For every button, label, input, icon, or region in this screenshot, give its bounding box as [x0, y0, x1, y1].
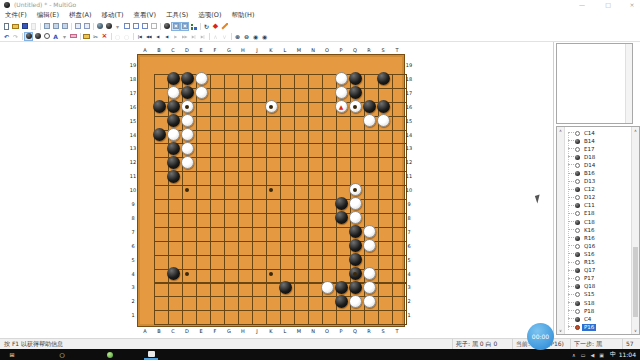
board-point[interactable] — [166, 72, 180, 86]
board-point[interactable] — [334, 225, 348, 239]
move-node[interactable]: C4 — [565, 315, 631, 323]
board-point[interactable] — [208, 266, 222, 280]
board-point[interactable] — [306, 72, 320, 86]
scroll-up-icon[interactable]: ∧ — [557, 127, 564, 134]
board-point[interactable] — [236, 211, 250, 225]
tb-edit-stone-icon[interactable] — [162, 22, 171, 31]
board-point[interactable] — [292, 211, 306, 225]
tb-label-drop-icon[interactable]: ▾ — [60, 32, 69, 41]
board-point[interactable] — [334, 308, 348, 322]
board-point[interactable] — [376, 127, 390, 141]
board-point[interactable] — [250, 266, 264, 280]
board-point[interactable] — [292, 86, 306, 100]
board-point[interactable] — [194, 183, 208, 197]
board-point[interactable] — [138, 239, 152, 253]
move-node[interactable]: R16 — [565, 234, 631, 242]
tb-nav-fwd-icon[interactable]: ▶ — [171, 32, 180, 41]
board-point[interactable] — [376, 266, 390, 280]
board-point[interactable] — [138, 141, 152, 155]
board-point[interactable] — [208, 308, 222, 322]
panel-splitter[interactable] — [553, 42, 554, 338]
menu-view[interactable]: 查看(V) — [129, 10, 162, 21]
board-point[interactable] — [250, 127, 264, 141]
board-point[interactable] — [152, 58, 166, 72]
board-point[interactable] — [264, 127, 278, 141]
board-point[interactable] — [362, 72, 376, 86]
move-node[interactable]: D12 — [565, 194, 631, 202]
board-point[interactable] — [152, 211, 166, 225]
board-point[interactable] — [264, 239, 278, 253]
board-point[interactable] — [348, 127, 362, 141]
tb-rotate-icon[interactable]: ↻ — [202, 22, 211, 31]
board-point[interactable] — [152, 225, 166, 239]
board-point[interactable] — [320, 308, 334, 322]
board-point[interactable] — [292, 280, 306, 294]
board-point[interactable] — [278, 280, 292, 294]
board-point[interactable] — [194, 225, 208, 239]
board-point[interactable] — [348, 197, 362, 211]
board-point[interactable] — [278, 86, 292, 100]
board-point[interactable] — [334, 86, 348, 100]
board-point[interactable] — [180, 127, 194, 141]
board-point[interactable] — [306, 155, 320, 169]
board-point[interactable] — [208, 114, 222, 128]
minimize-button[interactable]: — — [574, 0, 590, 10]
board-point[interactable] — [180, 239, 194, 253]
board-point[interactable] — [348, 308, 362, 322]
board-point[interactable] — [376, 155, 390, 169]
ime-indicator[interactable]: 中 — [610, 349, 616, 360]
board-point[interactable] — [320, 183, 334, 197]
board-point[interactable] — [390, 294, 404, 308]
board-point[interactable] — [390, 58, 404, 72]
board-point[interactable] — [194, 114, 208, 128]
board-point[interactable] — [194, 169, 208, 183]
board-point[interactable] — [362, 127, 376, 141]
board-point[interactable] — [306, 141, 320, 155]
board-point[interactable] — [138, 211, 152, 225]
board-point[interactable] — [278, 58, 292, 72]
board-point[interactable] — [166, 127, 180, 141]
board-point[interactable] — [264, 114, 278, 128]
tb-paste-icon[interactable] — [82, 22, 91, 31]
board-point[interactable] — [166, 252, 180, 266]
board-point[interactable] — [236, 100, 250, 114]
board-point[interactable] — [306, 58, 320, 72]
board-point[interactable] — [264, 308, 278, 322]
board-point[interactable] — [278, 114, 292, 128]
board-point[interactable] — [376, 169, 390, 183]
board-point[interactable] — [362, 211, 376, 225]
menu-move[interactable]: 移动(T) — [97, 10, 129, 21]
board-point[interactable] — [250, 211, 264, 225]
move-node[interactable]: E17 — [565, 145, 631, 153]
board-point[interactable] — [390, 197, 404, 211]
board-point[interactable] — [376, 183, 390, 197]
board-point[interactable] — [362, 308, 376, 322]
close-button[interactable]: × — [624, 0, 640, 10]
move-node[interactable]: B14 — [565, 137, 631, 145]
board-point[interactable] — [208, 86, 222, 100]
board-point[interactable] — [166, 294, 180, 308]
board-point[interactable] — [362, 294, 376, 308]
board-point[interactable] — [180, 280, 194, 294]
board-point[interactable] — [390, 211, 404, 225]
board-point[interactable] — [376, 141, 390, 155]
board-point[interactable] — [222, 252, 236, 266]
board-point[interactable] — [306, 100, 320, 114]
board-point[interactable] — [194, 155, 208, 169]
board-point[interactable] — [152, 141, 166, 155]
board-point[interactable] — [376, 197, 390, 211]
board-point[interactable] — [390, 225, 404, 239]
tb-eraser-icon[interactable] — [69, 32, 78, 41]
tb-board-c-icon[interactable] — [60, 22, 69, 31]
board-point[interactable] — [264, 280, 278, 294]
board-point[interactable] — [222, 225, 236, 239]
board-point[interactable] — [320, 100, 334, 114]
board-point[interactable] — [334, 114, 348, 128]
board-point[interactable] — [376, 294, 390, 308]
board-point[interactable] — [390, 155, 404, 169]
board-point[interactable] — [320, 127, 334, 141]
tb-delete-node-icon[interactable]: × — [100, 32, 109, 41]
board-point[interactable] — [236, 225, 250, 239]
board-point[interactable] — [334, 211, 348, 225]
tb-find-icon[interactable]: ◉ — [251, 32, 260, 41]
board-point[interactable] — [138, 169, 152, 183]
board-point[interactable] — [180, 252, 194, 266]
tb-label-a-icon[interactable]: A — [51, 32, 60, 41]
tb-nav-fwd10-icon[interactable]: ▶▶ — [180, 32, 189, 41]
board-point[interactable] — [222, 169, 236, 183]
board-point[interactable] — [208, 141, 222, 155]
tb-nav-back-icon[interactable]: ◀ — [153, 32, 162, 41]
board-point[interactable] — [334, 127, 348, 141]
board-point[interactable] — [236, 280, 250, 294]
board-point[interactable] — [278, 155, 292, 169]
board-point[interactable] — [194, 239, 208, 253]
board-point[interactable] — [180, 72, 194, 86]
board-point[interactable] — [376, 72, 390, 86]
board-point[interactable] — [376, 114, 390, 128]
board-point[interactable] — [250, 308, 264, 322]
board-point[interactable] — [152, 155, 166, 169]
board-point[interactable] — [362, 155, 376, 169]
board-point[interactable] — [376, 280, 390, 294]
tray-icon[interactable]: ∧ — [572, 352, 576, 358]
board-point[interactable] — [166, 169, 180, 183]
tb-next-game-icon[interactable]: ○ — [122, 32, 131, 41]
board-point[interactable] — [222, 58, 236, 72]
board-point[interactable] — [320, 197, 334, 211]
board-point[interactable] — [180, 58, 194, 72]
move-node[interactable]: P18 — [565, 307, 631, 315]
maximize-button[interactable]: □ — [600, 0, 616, 10]
board-point[interactable] — [334, 252, 348, 266]
board-point[interactable] — [278, 183, 292, 197]
board-point[interactable] — [194, 280, 208, 294]
board-point[interactable] — [222, 114, 236, 128]
board-point[interactable] — [180, 211, 194, 225]
board-point[interactable] — [292, 58, 306, 72]
board-point[interactable] — [264, 72, 278, 86]
board-point[interactable] — [292, 169, 306, 183]
move-node[interactable]: K16 — [565, 226, 631, 234]
board-point[interactable] — [320, 72, 334, 86]
board-point[interactable] — [348, 86, 362, 100]
board-point[interactable] — [208, 155, 222, 169]
board-point[interactable] — [376, 58, 390, 72]
board-point[interactable] — [348, 155, 362, 169]
board-point[interactable] — [180, 197, 194, 211]
board-point[interactable] — [194, 252, 208, 266]
board-point[interactable] — [306, 86, 320, 100]
scroll-down-icon[interactable]: ∨ — [557, 327, 564, 334]
board-point[interactable] — [320, 141, 334, 155]
board-point[interactable] — [362, 141, 376, 155]
menu-board[interactable]: 棋盘(A) — [64, 10, 97, 21]
board-point[interactable] — [250, 114, 264, 128]
board-point[interactable] — [138, 155, 152, 169]
board-point[interactable] — [222, 239, 236, 253]
board-point[interactable] — [250, 72, 264, 86]
board-point[interactable] — [152, 100, 166, 114]
menu-file[interactable]: 文件(F) — [0, 10, 32, 21]
board-point[interactable] — [292, 294, 306, 308]
board-point[interactable] — [390, 169, 404, 183]
board-point[interactable] — [320, 252, 334, 266]
board-point[interactable] — [390, 266, 404, 280]
board-point[interactable] — [250, 197, 264, 211]
board-point[interactable] — [376, 308, 390, 322]
tb-zoom-out-icon[interactable]: ⊖ — [242, 32, 251, 41]
board-point[interactable] — [334, 169, 348, 183]
board-point[interactable] — [264, 141, 278, 155]
board-point[interactable] — [292, 266, 306, 280]
move-node[interactable]: S16 — [565, 250, 631, 258]
scroll-up-icon[interactable]: ∧ — [632, 127, 639, 134]
board-point[interactable] — [390, 183, 404, 197]
board-point[interactable] — [306, 225, 320, 239]
board-point[interactable] — [334, 266, 348, 280]
board-point[interactable] — [152, 183, 166, 197]
move-node[interactable]: C12 — [565, 186, 631, 194]
board-point[interactable] — [208, 72, 222, 86]
board-point[interactable] — [222, 266, 236, 280]
board-point[interactable] — [278, 294, 292, 308]
board-point[interactable] — [348, 169, 362, 183]
board-point[interactable] — [278, 100, 292, 114]
board-point[interactable] — [334, 197, 348, 211]
board-point[interactable] — [152, 294, 166, 308]
move-list-right-scrollbar[interactable]: ∧ ∨ — [631, 127, 639, 334]
board-point[interactable] — [166, 280, 180, 294]
board-point[interactable] — [348, 239, 362, 253]
board-point[interactable] — [376, 252, 390, 266]
board-point[interactable] — [334, 58, 348, 72]
board-point[interactable] — [236, 114, 250, 128]
board-point[interactable] — [250, 169, 264, 183]
board-point[interactable] — [152, 266, 166, 280]
taskbar-app-icon[interactable] — [104, 349, 116, 360]
board-point[interactable] — [292, 252, 306, 266]
tb-tree-view-icon[interactable] — [189, 22, 198, 31]
board-point[interactable] — [250, 183, 264, 197]
board-point[interactable] — [138, 114, 152, 128]
board-point[interactable] — [236, 252, 250, 266]
board-point[interactable] — [208, 183, 222, 197]
board-point[interactable] — [334, 141, 348, 155]
board-point[interactable] — [222, 155, 236, 169]
board-point[interactable] — [166, 266, 180, 280]
board-point[interactable] — [166, 239, 180, 253]
tb-nav-back-var-icon[interactable]: ◀ — [162, 32, 171, 41]
board-point[interactable] — [222, 211, 236, 225]
board-point[interactable] — [390, 100, 404, 114]
board-point[interactable] — [194, 141, 208, 155]
board-point[interactable] — [166, 225, 180, 239]
board-point[interactable] — [292, 225, 306, 239]
board-point[interactable] — [138, 266, 152, 280]
tb-size-13-icon[interactable] — [131, 22, 140, 31]
board-point[interactable] — [166, 141, 180, 155]
board-point[interactable] — [292, 239, 306, 253]
board-point[interactable] — [306, 280, 320, 294]
board-point[interactable] — [362, 197, 376, 211]
board-point[interactable] — [236, 58, 250, 72]
move-node[interactable]: Q17 — [565, 267, 631, 275]
board-point[interactable] — [306, 211, 320, 225]
tb-draw-icon[interactable] — [220, 22, 229, 31]
board-point[interactable] — [278, 141, 292, 155]
board-point[interactable] — [334, 294, 348, 308]
board-point[interactable] — [306, 294, 320, 308]
tb-copy-icon[interactable] — [73, 22, 82, 31]
board-point[interactable] — [152, 252, 166, 266]
board-point[interactable] — [250, 252, 264, 266]
tb-var-up-icon[interactable]: ∧ — [211, 32, 220, 41]
tray-icon[interactable]: ◀ — [590, 352, 594, 358]
tb-undo-icon[interactable]: ↶ — [2, 32, 11, 41]
board-point[interactable] — [264, 252, 278, 266]
tb-try-move-icon[interactable] — [171, 22, 180, 31]
tb-var-down-icon[interactable]: ∨ — [220, 32, 229, 41]
tb-board-a-icon[interactable] — [42, 22, 51, 31]
move-node[interactable]: R15 — [565, 259, 631, 267]
board-point[interactable] — [376, 225, 390, 239]
board-point[interactable] — [320, 225, 334, 239]
tb-cut-moves-icon[interactable]: ✂ — [91, 32, 100, 41]
board-point[interactable] — [194, 58, 208, 72]
board-point[interactable] — [376, 86, 390, 100]
board-point[interactable] — [250, 58, 264, 72]
tb-marker-icon[interactable]: ◆ — [211, 22, 220, 31]
board-point[interactable] — [278, 225, 292, 239]
board-point[interactable] — [236, 197, 250, 211]
tb-stone-color-drop-icon[interactable]: ▾ — [113, 22, 122, 31]
move-node[interactable]: C14 — [565, 129, 631, 137]
move-list-left-scrollbar[interactable]: ∧ ∨ — [557, 127, 565, 334]
board-point[interactable] — [334, 239, 348, 253]
board-point[interactable] — [292, 197, 306, 211]
board-point[interactable] — [250, 155, 264, 169]
board-point[interactable] — [390, 86, 404, 100]
scrollbar-thumb[interactable] — [633, 247, 638, 317]
tb-save-icon[interactable] — [20, 22, 29, 31]
board-point[interactable] — [334, 183, 348, 197]
system-tray[interactable]: ∧▭◀▣ — [572, 349, 604, 360]
board-point[interactable] — [292, 127, 306, 141]
board-point[interactable] — [236, 72, 250, 86]
tb-size-19-icon[interactable] — [122, 22, 131, 31]
board-point[interactable] — [362, 100, 376, 114]
board-point[interactable] — [320, 294, 334, 308]
board-point[interactable] — [194, 86, 208, 100]
scroll-down-icon[interactable]: ∨ — [632, 327, 639, 334]
board-point[interactable] — [222, 183, 236, 197]
board-point[interactable] — [180, 155, 194, 169]
board-point[interactable] — [362, 239, 376, 253]
board-point[interactable] — [236, 155, 250, 169]
comment-scrollbar[interactable] — [625, 44, 632, 123]
board-point[interactable] — [250, 239, 264, 253]
tb-nav-back10-icon[interactable]: ◀◀ — [144, 32, 153, 41]
board-point[interactable] — [250, 225, 264, 239]
board-point[interactable] — [306, 252, 320, 266]
board-point[interactable] — [236, 141, 250, 155]
tb-prev-game-icon[interactable]: ○ — [113, 32, 122, 41]
board-point[interactable] — [208, 58, 222, 72]
board-point[interactable] — [152, 72, 166, 86]
board-point[interactable] — [194, 127, 208, 141]
board-point[interactable] — [348, 72, 362, 86]
move-node[interactable]: E18 — [565, 210, 631, 218]
board-point[interactable] — [264, 58, 278, 72]
move-node[interactable]: D13 — [565, 178, 631, 186]
board-point[interactable] — [362, 169, 376, 183]
board-point[interactable] — [208, 100, 222, 114]
board-point[interactable] — [362, 252, 376, 266]
board-point[interactable] — [264, 294, 278, 308]
board-point[interactable] — [194, 294, 208, 308]
board-point[interactable] — [278, 211, 292, 225]
comment-panel[interactable] — [556, 43, 633, 124]
board-point[interactable] — [362, 58, 376, 72]
board-point[interactable] — [166, 155, 180, 169]
board-point[interactable] — [208, 197, 222, 211]
move-node[interactable]: P16 — [565, 323, 631, 331]
board-point[interactable] — [208, 280, 222, 294]
board-point[interactable] — [152, 239, 166, 253]
move-node[interactable]: S18 — [565, 299, 631, 307]
board-point[interactable] — [180, 114, 194, 128]
board-point[interactable] — [208, 239, 222, 253]
board-point[interactable] — [348, 280, 362, 294]
move-node[interactable]: S15 — [565, 291, 631, 299]
board-point[interactable] — [194, 100, 208, 114]
board-point[interactable] — [278, 72, 292, 86]
board-point[interactable] — [390, 141, 404, 155]
tb-pass-icon[interactable] — [82, 32, 91, 41]
board-point[interactable] — [236, 308, 250, 322]
board-point[interactable] — [348, 58, 362, 72]
board-point[interactable] — [138, 72, 152, 86]
tb-game-info-icon[interactable] — [95, 22, 104, 31]
board-point[interactable] — [250, 86, 264, 100]
board-point[interactable] — [292, 155, 306, 169]
board-point[interactable] — [194, 211, 208, 225]
